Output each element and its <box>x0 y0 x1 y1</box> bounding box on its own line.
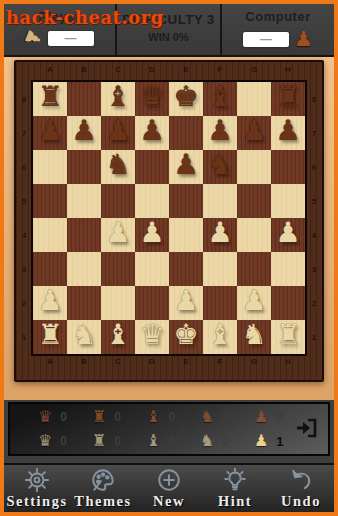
new-label: New <box>153 493 185 510</box>
square-c7[interactable]: ♟ <box>101 116 135 150</box>
file-label-c: C <box>101 65 135 74</box>
square-g5[interactable] <box>237 184 271 218</box>
piece-white-knight[interactable]: ♞ <box>71 318 96 352</box>
captured-count: 0 <box>222 434 229 448</box>
piece-white-rook[interactable]: ♜ <box>275 318 300 352</box>
file-label-g: G <box>237 65 271 74</box>
square-a5[interactable] <box>33 184 67 218</box>
app-window: hack-cheat.org Player ♟ — DIFFICULTY 3 W… <box>0 0 338 516</box>
square-c2[interactable] <box>101 286 135 320</box>
file-label-a: A <box>33 65 67 74</box>
captured-count: 0 <box>168 410 175 424</box>
computer-panel: Computer — ♟ <box>222 4 334 55</box>
palette-icon <box>89 467 117 493</box>
square-a1[interactable]: ♜ <box>33 320 67 354</box>
square-c8[interactable]: ♝ <box>101 82 135 116</box>
square-h7[interactable]: ♟ <box>271 116 305 150</box>
lightbulb-icon <box>221 467 249 493</box>
square-h8[interactable]: ♜ <box>271 82 305 116</box>
captured-black-bishop: ♝0 <box>146 408 200 426</box>
board-frame: ♜♝♛♚♝♜♟♟♟♟♟♟♟♞♟♞♟♟♟♟♟♟♟♜♞♝♛♚♝♞♜ 88776655… <box>14 60 324 382</box>
undo-label: Undo <box>281 493 321 510</box>
captured-white-rook: ♜0 <box>92 432 146 450</box>
piece-white-pawn[interactable]: ♟ <box>139 216 164 250</box>
square-d5[interactable] <box>135 184 169 218</box>
piece-white-pawn[interactable]: ♟ <box>275 216 300 250</box>
square-b8[interactable] <box>67 82 101 116</box>
file-label-e: E <box>169 65 203 74</box>
rank-label-5: 5 <box>309 197 319 206</box>
square-g7[interactable]: ♟ <box>237 116 271 150</box>
settings-label: Settings <box>6 493 67 510</box>
piece-black-pawn[interactable]: ♟ <box>105 114 130 148</box>
captured-count: 0 <box>60 434 67 448</box>
square-e7[interactable] <box>169 116 203 150</box>
piece-white-knight[interactable]: ♞ <box>241 318 266 352</box>
rank-label-3: 3 <box>309 265 319 274</box>
win-percent-label: WIN 0% <box>148 31 188 43</box>
piece-black-pawn[interactable]: ♟ <box>71 114 96 148</box>
square-h1[interactable]: ♜ <box>271 320 305 354</box>
themes-label: Themes <box>74 493 131 510</box>
undo-button[interactable]: Undo <box>270 467 332 510</box>
captured-count: 0 <box>114 410 121 424</box>
file-label-f: F <box>203 357 237 366</box>
square-e1[interactable]: ♚ <box>169 320 203 354</box>
rank-label-1: 1 <box>19 333 29 342</box>
square-a2[interactable]: ♟ <box>33 286 67 320</box>
piece-white-bishop[interactable]: ♝ <box>207 318 232 352</box>
captured-count: 0 <box>60 410 67 424</box>
square-b3[interactable] <box>67 252 101 286</box>
captured-count: 0 <box>276 410 283 424</box>
piece-black-bishop[interactable]: ♝ <box>105 80 130 114</box>
rank-label-6: 6 <box>309 163 319 172</box>
captured-white-knight: ♞0 <box>200 432 254 450</box>
square-g8[interactable] <box>237 82 271 116</box>
white-queen-icon: ♛ <box>38 432 52 450</box>
captured-count: 0 <box>168 434 175 448</box>
exit-arrow-icon[interactable] <box>294 417 318 439</box>
file-label-e: E <box>169 357 203 366</box>
white-bishop-icon: ♝ <box>146 432 160 450</box>
piece-black-king[interactable]: ♚ <box>173 80 198 114</box>
captured-count: 1 <box>276 434 283 449</box>
captured-white-bishop: ♝0 <box>146 432 200 450</box>
rank-label-3: 3 <box>19 265 29 274</box>
captured-white-row: ♛0 ♜0 ♝0 ♞0 ♟1 <box>10 431 328 452</box>
square-g2[interactable]: ♟ <box>237 286 271 320</box>
square-h5[interactable] <box>271 184 305 218</box>
black-queen-icon: ♛ <box>38 408 52 426</box>
rank-label-2: 2 <box>19 299 29 308</box>
plus-circle-icon <box>155 467 183 493</box>
square-h4[interactable]: ♟ <box>271 218 305 252</box>
square-f3[interactable] <box>203 252 237 286</box>
piece-black-pawn[interactable]: ♟ <box>275 114 300 148</box>
white-rook-icon: ♜ <box>92 432 106 450</box>
piece-black-knight[interactable]: ♞ <box>105 148 130 182</box>
rank-label-2: 2 <box>309 299 319 308</box>
piece-black-rook[interactable]: ♜ <box>37 80 62 114</box>
square-e6[interactable]: ♟ <box>169 150 203 184</box>
square-b2[interactable] <box>67 286 101 320</box>
captured-black-knight: ♞0 <box>200 408 254 426</box>
piece-black-pawn[interactable]: ♟ <box>139 114 164 148</box>
toolbar: Settings Themes New <box>4 463 334 512</box>
piece-black-pawn[interactable]: ♟ <box>241 114 266 148</box>
piece-white-pawn[interactable]: ♟ <box>241 284 266 318</box>
square-f8[interactable]: ♝ <box>203 82 237 116</box>
square-c1[interactable]: ♝ <box>101 320 135 354</box>
square-d1[interactable]: ♛ <box>135 320 169 354</box>
square-f4[interactable]: ♟ <box>203 218 237 252</box>
white-knight-icon: ♞ <box>200 432 214 450</box>
square-a6[interactable] <box>33 150 67 184</box>
piece-black-rook[interactable]: ♜ <box>275 80 300 114</box>
square-d3[interactable] <box>135 252 169 286</box>
file-label-d: D <box>135 357 169 366</box>
square-g6[interactable] <box>237 150 271 184</box>
square-a8[interactable]: ♜ <box>33 82 67 116</box>
square-c5[interactable] <box>101 184 135 218</box>
square-c4[interactable]: ♟ <box>101 218 135 252</box>
file-label-d: D <box>135 65 169 74</box>
square-h3[interactable] <box>271 252 305 286</box>
rank-label-5: 5 <box>19 197 29 206</box>
player-name-field[interactable]: — <box>48 31 94 46</box>
rank-label-7: 7 <box>309 129 319 138</box>
file-label-a: A <box>33 357 67 366</box>
piece-white-queen[interactable]: ♛ <box>139 318 164 352</box>
hint-button[interactable]: Hint <box>204 467 266 510</box>
tipped-white-pawn-icon: ♟ <box>21 26 48 50</box>
square-e4[interactable] <box>169 218 203 252</box>
square-b4[interactable] <box>67 218 101 252</box>
rank-label-8: 8 <box>309 95 319 104</box>
file-label-c: C <box>101 357 135 366</box>
piece-white-pawn[interactable]: ♟ <box>105 216 130 250</box>
white-pawn-icon: ♟ <box>254 432 268 450</box>
square-h6[interactable] <box>271 150 305 184</box>
square-c3[interactable] <box>101 252 135 286</box>
square-e5[interactable] <box>169 184 203 218</box>
square-b6[interactable] <box>67 150 101 184</box>
file-label-g: G <box>237 357 271 366</box>
captured-black-queen: ♛0 <box>38 408 92 426</box>
rank-label-6: 6 <box>19 163 29 172</box>
rank-label-8: 8 <box>19 95 29 104</box>
piece-white-rook[interactable]: ♜ <box>37 318 62 352</box>
square-e3[interactable] <box>169 252 203 286</box>
captured-black-row: ♛0 ♜0 ♝0 ♞0 ♟0 <box>10 407 328 428</box>
rank-label-4: 4 <box>309 231 319 240</box>
square-f5[interactable] <box>203 184 237 218</box>
square-a4[interactable] <box>33 218 67 252</box>
piece-black-bishop[interactable]: ♝ <box>207 80 232 114</box>
rank-label-1: 1 <box>309 333 319 342</box>
settings-button[interactable]: Settings <box>6 467 68 510</box>
square-e2[interactable]: ♟ <box>169 286 203 320</box>
square-f7[interactable]: ♟ <box>203 116 237 150</box>
square-b1[interactable]: ♞ <box>67 320 101 354</box>
hint-label: Hint <box>218 493 252 510</box>
computer-name-field[interactable]: — <box>243 32 289 47</box>
black-knight-icon: ♞ <box>200 408 214 426</box>
piece-black-pawn[interactable]: ♟ <box>207 114 232 148</box>
square-d8[interactable]: ♛ <box>135 82 169 116</box>
piece-black-queen[interactable]: ♛ <box>139 80 164 114</box>
file-label-b: B <box>67 65 101 74</box>
watermark: hack-cheat.org <box>6 7 164 28</box>
file-label-h: H <box>271 357 305 366</box>
piece-white-pawn[interactable]: ♟ <box>173 284 198 318</box>
square-g4[interactable] <box>237 218 271 252</box>
square-f6[interactable]: ♞ <box>203 150 237 184</box>
square-c6[interactable]: ♞ <box>101 150 135 184</box>
square-f2[interactable] <box>203 286 237 320</box>
square-a3[interactable] <box>33 252 67 286</box>
piece-white-king[interactable]: ♚ <box>173 318 198 352</box>
black-rook-icon: ♜ <box>92 408 106 426</box>
square-d4[interactable]: ♟ <box>135 218 169 252</box>
gear-icon <box>23 467 51 493</box>
black-bishop-icon: ♝ <box>146 408 160 426</box>
themes-button[interactable]: Themes <box>72 467 134 510</box>
captured-pieces-tray: ♛0 ♜0 ♝0 ♞0 ♟0 ♛0 ♜0 ♝0 ♞0 ♟1 <box>8 402 330 456</box>
piece-black-pawn[interactable]: ♟ <box>173 148 198 182</box>
square-d6[interactable] <box>135 150 169 184</box>
square-e8[interactable]: ♚ <box>169 82 203 116</box>
square-d2[interactable] <box>135 286 169 320</box>
piece-black-pawn[interactable]: ♟ <box>37 114 62 148</box>
brown-pawn-icon: ♟ <box>294 27 313 51</box>
square-g1[interactable]: ♞ <box>237 320 271 354</box>
black-pawn-icon: ♟ <box>254 408 268 426</box>
square-a7[interactable]: ♟ <box>33 116 67 150</box>
file-label-h: H <box>271 65 305 74</box>
board-area: ♜♝♛♚♝♜♟♟♟♟♟♟♟♞♟♞♟♟♟♟♟♟♟♜♞♝♛♚♝♞♜ 88776655… <box>4 57 334 400</box>
square-h2[interactable] <box>271 286 305 320</box>
piece-black-knight[interactable]: ♞ <box>207 148 232 182</box>
rank-label-4: 4 <box>19 231 29 240</box>
square-f1[interactable]: ♝ <box>203 320 237 354</box>
computer-label: Computer <box>245 9 310 24</box>
piece-white-pawn[interactable]: ♟ <box>207 216 232 250</box>
captured-count: 0 <box>114 434 121 448</box>
captured-count: 0 <box>222 410 229 424</box>
file-label-f: F <box>203 65 237 74</box>
square-d7[interactable]: ♟ <box>135 116 169 150</box>
undo-arrow-icon <box>287 467 315 493</box>
rank-label-7: 7 <box>19 129 29 138</box>
square-b5[interactable] <box>67 184 101 218</box>
piece-white-bishop[interactable]: ♝ <box>105 318 130 352</box>
chess-board: ♜♝♛♚♝♜♟♟♟♟♟♟♟♞♟♞♟♟♟♟♟♟♟♜♞♝♛♚♝♞♜ <box>31 80 307 356</box>
new-game-button[interactable]: New <box>138 467 200 510</box>
square-g3[interactable] <box>237 252 271 286</box>
file-label-b: B <box>67 357 101 366</box>
captured-black-rook: ♜0 <box>92 408 146 426</box>
square-b7[interactable]: ♟ <box>67 116 101 150</box>
piece-white-pawn[interactable]: ♟ <box>37 284 62 318</box>
captured-white-queen: ♛0 <box>38 432 92 450</box>
